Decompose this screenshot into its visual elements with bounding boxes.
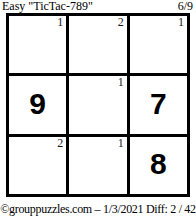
cell-r3c2[interactable]: 1	[69, 137, 126, 194]
cell-r1c2[interactable]: 2	[69, 16, 126, 73]
corner-clue: 1	[178, 16, 184, 29]
corner-clue: 1	[118, 137, 124, 150]
given-digit: 7	[150, 89, 167, 119]
copyright-footer: ©grouppuzzles.com – 1/3/2021 Diff: 2 / 4…	[0, 202, 196, 217]
cell-r2c1: 9	[9, 76, 66, 133]
given-digit: 8	[150, 149, 167, 179]
puzzle-title: Easy "TicTac-789"	[2, 0, 93, 13]
corner-clue: 1	[57, 16, 63, 29]
cell-r3c3: 8	[130, 137, 187, 194]
puzzle-page: Easy "TicTac-789" 6/9 1 2 1 9 1 7 2	[0, 0, 196, 220]
given-digit: 9	[29, 89, 46, 119]
cell-r1c1[interactable]: 1	[9, 16, 66, 73]
cell-r1c3[interactable]: 1	[130, 16, 187, 73]
puzzle-progress-counter: 6/9	[178, 0, 193, 13]
corner-clue: 1	[118, 76, 124, 89]
cell-r3c1[interactable]: 2	[9, 137, 66, 194]
puzzle-header: Easy "TicTac-789" 6/9	[0, 0, 196, 13]
board: 1 2 1 9 1 7 2 1	[6, 13, 190, 197]
cell-r2c2[interactable]: 1	[69, 76, 126, 133]
corner-clue: 2	[118, 16, 124, 29]
cell-r2c3: 7	[130, 76, 187, 133]
corner-clue: 2	[57, 137, 63, 150]
